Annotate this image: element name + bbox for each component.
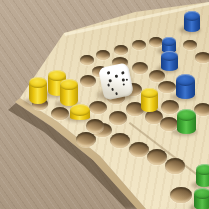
photo-scene [0, 0, 209, 209]
photo-vignette [0, 0, 209, 209]
